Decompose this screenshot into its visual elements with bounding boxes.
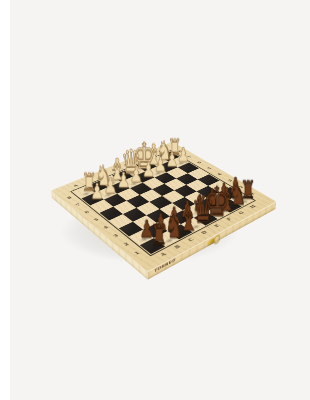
piece-white-pawn: ♟ bbox=[142, 159, 154, 179]
file-label-g: G bbox=[142, 152, 157, 159]
piece-contact-shadow bbox=[150, 169, 166, 177]
rank-label-7: 7 bbox=[183, 153, 197, 161]
rank-label-1: 1 bbox=[245, 189, 261, 198]
rank-label-5: 5 bbox=[202, 165, 217, 173]
rank-labels-right: 87654321 bbox=[174, 148, 262, 199]
piece-white-rook: ♜ bbox=[168, 137, 179, 159]
piece-contact-shadow bbox=[104, 178, 121, 187]
square-d1: ♛ bbox=[181, 218, 205, 233]
brass-clasp-icon bbox=[207, 232, 222, 247]
square-e8: ♚ bbox=[124, 165, 145, 176]
square-e6 bbox=[143, 177, 165, 189]
piece-contact-shadow bbox=[173, 159, 189, 167]
square-f4 bbox=[174, 185, 196, 197]
clasp-ring bbox=[213, 233, 220, 245]
rank-label-2: 2 bbox=[234, 183, 250, 192]
square-e7: ♟ bbox=[133, 171, 154, 182]
file-label-d: D bbox=[106, 166, 122, 174]
rank-label-4: 4 bbox=[212, 171, 227, 179]
rank-label-1: 1 bbox=[129, 247, 147, 259]
piece-contact-shadow bbox=[116, 173, 132, 181]
piece-contact-shadow bbox=[129, 168, 145, 176]
piece-contact-shadow bbox=[141, 163, 157, 171]
piece-white-bishop: ♝ bbox=[108, 155, 120, 184]
piece-white-pawn: ♟ bbox=[130, 164, 142, 185]
scene: TORNEO ♜♞♝♛♚♝♞♜♟♟♟♟♟♟♟♟♟♟♟♟♟♟♟♟♜♞♝♛♚♝♞♜ … bbox=[10, 0, 310, 400]
square-d3 bbox=[160, 203, 183, 217]
square-d5 bbox=[140, 189, 162, 202]
product-photo-canvas: TORNEO ♜♞♝♛♚♝♞♜♟♟♟♟♟♟♟♟♟♟♟♟♟♟♟♟♜♞♝♛♚♝♞♜ … bbox=[10, 0, 310, 400]
square-f5 bbox=[164, 178, 186, 190]
piece-white-rook: ♜ bbox=[82, 171, 94, 196]
square-f6 bbox=[155, 172, 176, 183]
piece-contact-shadow bbox=[224, 190, 241, 199]
square-h3 bbox=[208, 181, 230, 193]
square-g6 bbox=[167, 167, 188, 178]
piece-contact-shadow bbox=[235, 196, 252, 206]
piece-contact-shadow bbox=[152, 158, 168, 166]
piece-white-queen: ♛ bbox=[121, 146, 133, 179]
piece-contact-shadow bbox=[164, 154, 179, 162]
square-g4 bbox=[186, 179, 208, 191]
square-g5 bbox=[176, 173, 198, 185]
file-label-b: B bbox=[81, 176, 98, 184]
file-labels-top: ABCDEFGH bbox=[67, 148, 168, 190]
square-g7: ♟ bbox=[157, 162, 178, 173]
square-h7: ♟ bbox=[169, 157, 190, 167]
file-label-c: C bbox=[94, 171, 110, 179]
piece-white-pawn: ♟ bbox=[177, 145, 188, 165]
square-h4 bbox=[198, 174, 220, 186]
square-a8: ♜ bbox=[73, 186, 95, 198]
square-d8: ♛ bbox=[112, 170, 133, 181]
piece-contact-shadow bbox=[112, 184, 129, 193]
rank-label-8: 8 bbox=[174, 148, 188, 155]
square-d6 bbox=[130, 183, 152, 195]
square-b8: ♞ bbox=[86, 181, 108, 193]
piece-white-pawn: ♟ bbox=[154, 154, 166, 174]
square-g8: ♞ bbox=[148, 156, 168, 166]
piece-white-pawn: ♟ bbox=[166, 150, 178, 170]
file-label-e: E bbox=[119, 162, 135, 169]
piece-white-pawn: ♟ bbox=[104, 175, 116, 196]
piece-white-knight: ♞ bbox=[157, 138, 168, 164]
piece-white-king: ♚ bbox=[133, 138, 145, 174]
piece-contact-shadow bbox=[138, 174, 154, 182]
square-f8: ♝ bbox=[136, 161, 157, 172]
square-c7: ♟ bbox=[108, 182, 130, 194]
square-f7: ♟ bbox=[145, 166, 166, 177]
piece-contact-shadow bbox=[161, 164, 177, 172]
rank-label-3: 3 bbox=[223, 177, 239, 186]
file-label-f: F bbox=[130, 157, 145, 164]
file-label-h: H bbox=[153, 148, 168, 155]
file-label-a: A bbox=[67, 182, 84, 190]
square-h6 bbox=[178, 162, 199, 173]
square-d7: ♟ bbox=[121, 176, 143, 188]
square-e5 bbox=[152, 184, 174, 196]
square-h5 bbox=[188, 168, 209, 179]
piece-white-bishop: ♝ bbox=[145, 140, 157, 168]
brand-stamp: TORNEO bbox=[154, 258, 176, 274]
piece-contact-shadow bbox=[125, 179, 142, 188]
piece-contact-shadow bbox=[90, 183, 107, 192]
chess-board: TORNEO ♜♞♝♛♚♝♞♜♟♟♟♟♟♟♟♟♟♟♟♟♟♟♟♟♜♞♝♛♚♝♞♜ … bbox=[51, 142, 276, 272]
piece-black-pawn: ♟ bbox=[229, 175, 241, 196]
piece-white-knight: ♞ bbox=[95, 162, 107, 190]
rank-label-6: 6 bbox=[193, 159, 208, 167]
square-c8: ♝ bbox=[99, 175, 120, 187]
square-h8: ♜ bbox=[159, 151, 179, 161]
piece-white-pawn: ♟ bbox=[117, 170, 129, 191]
